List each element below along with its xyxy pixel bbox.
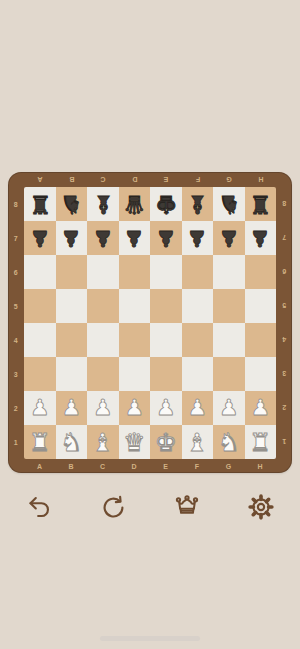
square-g5[interactable] (213, 289, 245, 323)
rank-label: 6 (8, 255, 24, 289)
file-labels-bottom: ABCDEFGH (24, 459, 276, 473)
file-label: B (56, 172, 88, 187)
file-label: C (87, 172, 119, 187)
square-c5[interactable] (87, 289, 119, 323)
black-rook: ♜ (29, 192, 51, 217)
file-label: B (56, 459, 88, 473)
square-h2[interactable]: ♟ (245, 391, 277, 425)
rank-label: 2 (8, 391, 24, 425)
square-g4[interactable] (213, 323, 245, 357)
white-pawn: ♟ (156, 397, 176, 419)
square-f8[interactable]: ♝ (182, 187, 214, 221)
square-h3[interactable] (245, 357, 277, 391)
square-e2[interactable]: ♟ (150, 391, 182, 425)
square-h6[interactable] (245, 255, 277, 289)
file-label: G (213, 459, 245, 473)
rank-label: 4 (276, 323, 292, 357)
square-a4[interactable] (24, 323, 56, 357)
file-label: A (24, 459, 56, 473)
file-label: C (87, 459, 119, 473)
square-h7[interactable]: ♟ (245, 221, 277, 255)
black-rook: ♜ (249, 192, 271, 217)
undo-arrow-icon (26, 494, 53, 521)
square-e6[interactable] (150, 255, 182, 289)
square-e8[interactable]: ♚ (150, 187, 182, 221)
square-b4[interactable] (56, 323, 88, 357)
white-pawn: ♟ (124, 397, 144, 419)
square-d7[interactable]: ♟ (119, 221, 151, 255)
black-pawn: ♟ (30, 227, 50, 249)
black-pawn: ♟ (219, 227, 239, 249)
rank-label: 6 (276, 255, 292, 289)
square-c4[interactable] (87, 323, 119, 357)
white-rook: ♜ (29, 430, 51, 455)
file-label: D (119, 459, 151, 473)
square-a7[interactable]: ♟ (24, 221, 56, 255)
file-label: F (182, 172, 214, 187)
square-d4[interactable] (119, 323, 151, 357)
square-d1[interactable]: ♛ (119, 425, 151, 459)
square-b3[interactable] (56, 357, 88, 391)
square-c8[interactable]: ♝ (87, 187, 119, 221)
rank-label: 4 (8, 323, 24, 357)
black-queen: ♛ (123, 192, 145, 217)
rank-label: 8 (8, 187, 24, 221)
square-a3[interactable] (24, 357, 56, 391)
crown-icon (173, 493, 201, 521)
white-pawn: ♟ (93, 397, 113, 419)
square-f3[interactable] (182, 357, 214, 391)
square-a5[interactable] (24, 289, 56, 323)
black-pawn: ♟ (187, 227, 207, 249)
square-b6[interactable] (56, 255, 88, 289)
square-e3[interactable] (150, 357, 182, 391)
square-d2[interactable]: ♟ (119, 391, 151, 425)
settings-button[interactable] (245, 491, 277, 523)
square-c3[interactable] (87, 357, 119, 391)
rank-label: 8 (276, 187, 292, 221)
undo-button[interactable] (23, 491, 55, 523)
gear-icon (247, 493, 275, 521)
black-knight: ♞ (218, 192, 240, 217)
white-knight: ♞ (218, 430, 240, 455)
toolbar (0, 489, 300, 525)
square-h5[interactable] (245, 289, 277, 323)
app-screen: { "game": "chess", "position": { "fen": … (0, 0, 300, 649)
white-bishop: ♝ (92, 430, 114, 455)
square-g7[interactable]: ♟ (213, 221, 245, 255)
square-c6[interactable] (87, 255, 119, 289)
square-g1[interactable]: ♞ (213, 425, 245, 459)
square-b7[interactable]: ♟ (56, 221, 88, 255)
black-pawn: ♟ (61, 227, 81, 249)
square-b1[interactable]: ♞ (56, 425, 88, 459)
rank-label: 7 (276, 221, 292, 255)
rank-label: 5 (8, 289, 24, 323)
square-g3[interactable] (213, 357, 245, 391)
rank-labels-left: 87654321 (8, 187, 24, 459)
white-pawn: ♟ (219, 397, 239, 419)
square-e7[interactable]: ♟ (150, 221, 182, 255)
rank-labels-right: 87654321 (276, 187, 292, 459)
square-e1[interactable]: ♚ (150, 425, 182, 459)
square-d6[interactable] (119, 255, 151, 289)
square-g6[interactable] (213, 255, 245, 289)
file-label: G (213, 172, 245, 187)
square-e5[interactable] (150, 289, 182, 323)
black-knight: ♞ (60, 192, 82, 217)
square-f1[interactable]: ♝ (182, 425, 214, 459)
rank-label: 1 (276, 425, 292, 459)
rank-label: 5 (276, 289, 292, 323)
square-g2[interactable]: ♟ (213, 391, 245, 425)
white-pawn: ♟ (61, 397, 81, 419)
redo-button[interactable] (97, 491, 129, 523)
redo-arrow-icon (100, 494, 127, 521)
chess-board: ABCDEFGH 87654321 ♜♞♝♛♚♝♞♜♟♟♟♟♟♟♟♟♟♟♟♟♟♟… (8, 172, 292, 473)
square-h1[interactable]: ♜ (245, 425, 277, 459)
square-f4[interactable] (182, 323, 214, 357)
file-label: A (24, 172, 56, 187)
white-rook: ♜ (249, 430, 271, 455)
file-label: E (150, 459, 182, 473)
black-pawn: ♟ (156, 227, 176, 249)
black-bishop: ♝ (92, 192, 114, 217)
white-knight: ♞ (60, 430, 82, 455)
square-b2[interactable]: ♟ (56, 391, 88, 425)
square-b5[interactable] (56, 289, 88, 323)
square-c2[interactable]: ♟ (87, 391, 119, 425)
board-squares: ♜♞♝♛♚♝♞♜♟♟♟♟♟♟♟♟♟♟♟♟♟♟♟♟♜♞♝♛♚♝♞♜ (24, 187, 276, 459)
file-label: H (245, 459, 277, 473)
square-d8[interactable]: ♛ (119, 187, 151, 221)
white-king: ♚ (155, 430, 177, 455)
file-label: F (182, 459, 214, 473)
rank-label: 2 (276, 391, 292, 425)
square-f5[interactable] (182, 289, 214, 323)
square-f6[interactable] (182, 255, 214, 289)
crown-button[interactable] (171, 491, 203, 523)
file-label: H (245, 172, 277, 187)
black-bishop: ♝ (186, 192, 208, 217)
square-e4[interactable] (150, 323, 182, 357)
square-a2[interactable]: ♟ (24, 391, 56, 425)
square-a6[interactable] (24, 255, 56, 289)
home-indicator[interactable] (100, 636, 200, 641)
rank-label: 3 (276, 357, 292, 391)
square-c1[interactable]: ♝ (87, 425, 119, 459)
black-king: ♚ (155, 192, 177, 217)
rank-label: 7 (8, 221, 24, 255)
white-pawn: ♟ (187, 397, 207, 419)
white-queen: ♛ (123, 430, 145, 455)
square-d3[interactable] (119, 357, 151, 391)
black-pawn: ♟ (93, 227, 113, 249)
square-a1[interactable]: ♜ (24, 425, 56, 459)
file-label: D (119, 172, 151, 187)
square-h4[interactable] (245, 323, 277, 357)
square-f2[interactable]: ♟ (182, 391, 214, 425)
black-pawn: ♟ (124, 227, 144, 249)
black-pawn: ♟ (250, 227, 270, 249)
white-pawn: ♟ (30, 397, 50, 419)
square-c7[interactable]: ♟ (87, 221, 119, 255)
square-h8[interactable]: ♜ (245, 187, 277, 221)
square-a8[interactable]: ♜ (24, 187, 56, 221)
file-label: E (150, 172, 182, 187)
white-pawn: ♟ (250, 397, 270, 419)
square-g8[interactable]: ♞ (213, 187, 245, 221)
file-labels-top: ABCDEFGH (24, 172, 276, 187)
white-bishop: ♝ (186, 430, 208, 455)
rank-label: 3 (8, 357, 24, 391)
square-d5[interactable] (119, 289, 151, 323)
square-f7[interactable]: ♟ (182, 221, 214, 255)
rank-label: 1 (8, 425, 24, 459)
square-b8[interactable]: ♞ (56, 187, 88, 221)
